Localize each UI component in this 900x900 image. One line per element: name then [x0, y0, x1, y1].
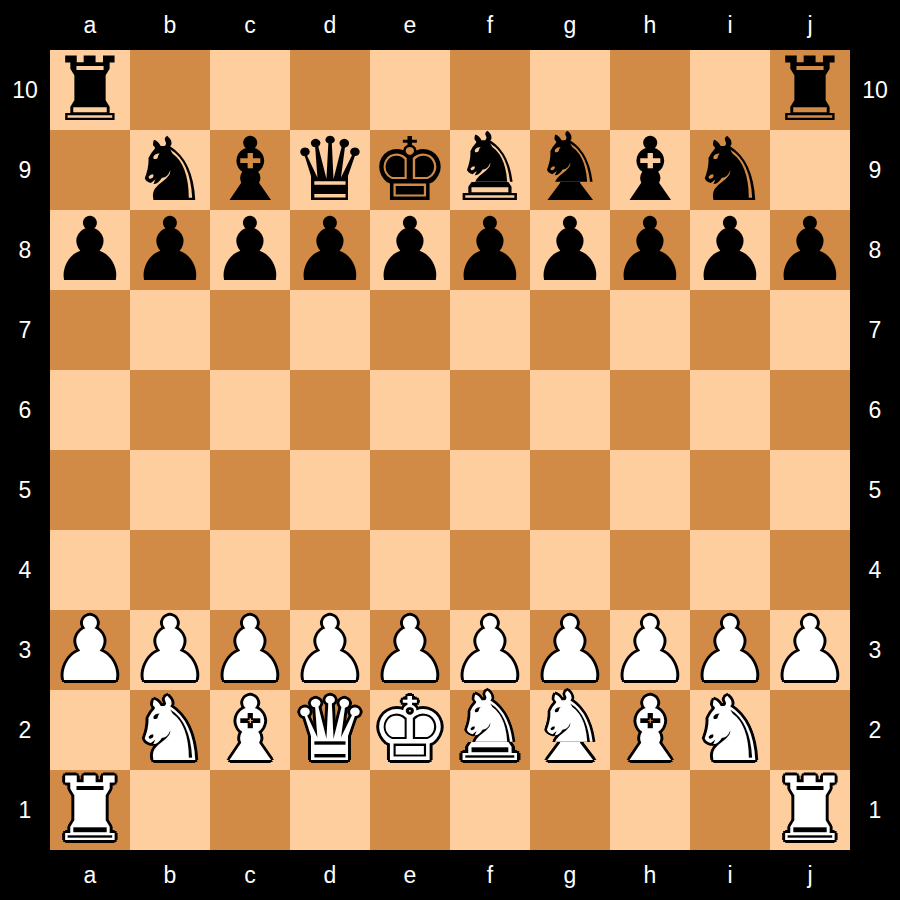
rank-label-right-10: 10: [850, 50, 900, 130]
square-c2[interactable]: ♝: [210, 690, 290, 770]
piece-white-queen[interactable]: ♛: [291, 686, 370, 774]
rank-label-left-5: 5: [0, 450, 50, 530]
rank-label-left-2: 2: [0, 690, 50, 770]
piece-white-pawn[interactable]: ♟: [771, 606, 850, 694]
piece-white-knight[interactable]: ♞: [131, 686, 210, 774]
rank-label-right-9: 9: [850, 130, 900, 210]
rank-label-right-6: 6: [850, 370, 900, 450]
square-a10[interactable]: ♜: [50, 50, 130, 130]
square-g2[interactable]: ♝♞: [530, 690, 610, 770]
rank-label-left-6: 6: [0, 370, 50, 450]
file-label-top-g: g: [530, 0, 610, 50]
square-a3[interactable]: ♟: [50, 610, 130, 690]
square-h2[interactable]: ♝: [610, 690, 690, 770]
square-j1[interactable]: ♜: [770, 770, 850, 850]
file-label-top-e: e: [370, 0, 450, 50]
file-label-bottom-d: d: [290, 850, 370, 900]
piece-black-pawn[interactable]: ♟: [691, 206, 770, 294]
file-label-bottom-b: b: [130, 850, 210, 900]
square-i2[interactable]: ♞: [690, 690, 770, 770]
piece-black-pawn[interactable]: ♟: [131, 206, 210, 294]
square-e2[interactable]: ♚: [370, 690, 450, 770]
square-i7[interactable]: [690, 290, 770, 370]
square-d6[interactable]: [290, 370, 370, 450]
file-label-bottom-f: f: [450, 850, 530, 900]
square-j6[interactable]: [770, 370, 850, 450]
square-a8[interactable]: ♟: [50, 210, 130, 290]
rank-label-left-9: 9: [0, 130, 50, 210]
square-d2[interactable]: ♛: [290, 690, 370, 770]
square-e8[interactable]: ♟: [370, 210, 450, 290]
piece-black-pawn[interactable]: ♟: [291, 206, 370, 294]
file-label-top-f: f: [450, 0, 530, 50]
piece-black-pawn[interactable]: ♟: [371, 206, 450, 294]
square-c8[interactable]: ♟: [210, 210, 290, 290]
piece-black-pawn[interactable]: ♟: [611, 206, 690, 294]
square-f8[interactable]: ♟: [450, 210, 530, 290]
piece-black-rook[interactable]: ♜: [51, 46, 130, 134]
square-f6[interactable]: [450, 370, 530, 450]
square-h6[interactable]: [610, 370, 690, 450]
piece-white-knight[interactable]: ♞: [691, 686, 770, 774]
file-label-bottom-e: e: [370, 850, 450, 900]
square-b7[interactable]: [130, 290, 210, 370]
square-g5[interactable]: [530, 450, 610, 530]
file-label-top-c: c: [210, 0, 290, 50]
piece-white-rook[interactable]: ♜: [771, 766, 850, 854]
square-g6[interactable]: [530, 370, 610, 450]
square-b6[interactable]: [130, 370, 210, 450]
square-e5[interactable]: [370, 450, 450, 530]
piece-white-bishop[interactable]: ♝: [611, 686, 690, 774]
square-e1[interactable]: [370, 770, 450, 850]
file-label-bottom-j: j: [770, 850, 850, 900]
file-label-bottom-a: a: [50, 850, 130, 900]
piece-white-pawn[interactable]: ♟: [451, 606, 530, 694]
square-f1[interactable]: [450, 770, 530, 850]
piece-black-pawn[interactable]: ♟: [531, 206, 610, 294]
square-j3[interactable]: ♟: [770, 610, 850, 690]
square-g8[interactable]: ♟: [530, 210, 610, 290]
grand-chess-board-frame: abcdefghij 10987654321 ♜♜♞♝♛♚♜♞♝♞♝♞♟♟♟♟♟…: [0, 0, 900, 900]
square-j10[interactable]: ♜: [770, 50, 850, 130]
piece-black-pawn[interactable]: ♟: [451, 206, 530, 294]
square-j8[interactable]: ♟: [770, 210, 850, 290]
file-labels-top: abcdefghij: [50, 0, 850, 50]
piece-black-pawn[interactable]: ♟: [211, 206, 290, 294]
square-h7[interactable]: [610, 290, 690, 370]
square-f5[interactable]: [450, 450, 530, 530]
piece-white-pawn[interactable]: ♟: [51, 606, 130, 694]
piece-white-cardinal[interactable]: ♝♞: [530, 690, 610, 770]
file-label-bottom-i: i: [690, 850, 770, 900]
rank-labels-right: 10987654321: [850, 50, 900, 850]
square-h1[interactable]: [610, 770, 690, 850]
square-f7[interactable]: [450, 290, 530, 370]
file-label-top-h: h: [610, 0, 690, 50]
square-f3[interactable]: ♟: [450, 610, 530, 690]
rank-label-right-3: 3: [850, 610, 900, 690]
square-i5[interactable]: [690, 450, 770, 530]
piece-black-rook[interactable]: ♜: [771, 46, 850, 134]
rank-label-right-7: 7: [850, 290, 900, 370]
rank-label-right-2: 2: [850, 690, 900, 770]
piece-white-marshal[interactable]: ♜♞: [450, 690, 530, 770]
file-label-top-d: d: [290, 0, 370, 50]
square-d8[interactable]: ♟: [290, 210, 370, 290]
square-f2[interactable]: ♜♞: [450, 690, 530, 770]
square-b8[interactable]: ♟: [130, 210, 210, 290]
rank-label-left-10: 10: [0, 50, 50, 130]
rank-label-left-4: 4: [0, 530, 50, 610]
square-b1[interactable]: [130, 770, 210, 850]
square-d1[interactable]: [290, 770, 370, 850]
board: ♜♜♞♝♛♚♜♞♝♞♝♞♟♟♟♟♟♟♟♟♟♟♟♟♟♟♟♟♟♟♟♟♞♝♛♚♜♞♝♞…: [50, 50, 850, 850]
rank-labels-left: 10987654321: [0, 50, 50, 850]
square-e7[interactable]: [370, 290, 450, 370]
rank-label-left-3: 3: [0, 610, 50, 690]
square-g3[interactable]: ♟: [530, 610, 610, 690]
piece-black-pawn[interactable]: ♟: [771, 206, 850, 294]
square-e6[interactable]: [370, 370, 450, 450]
square-g10[interactable]: [530, 50, 610, 130]
square-h8[interactable]: ♟: [610, 210, 690, 290]
square-a5[interactable]: [50, 450, 130, 530]
square-b5[interactable]: [130, 450, 210, 530]
file-label-top-b: b: [130, 0, 210, 50]
file-labels-bottom: abcdefghij: [50, 850, 850, 900]
file-label-bottom-c: c: [210, 850, 290, 900]
rank-label-right-8: 8: [850, 210, 900, 290]
square-c6[interactable]: [210, 370, 290, 450]
square-d5[interactable]: [290, 450, 370, 530]
rank-label-right-5: 5: [850, 450, 900, 530]
rank-label-left-1: 1: [0, 770, 50, 850]
rank-label-left-8: 8: [0, 210, 50, 290]
file-label-bottom-g: g: [530, 850, 610, 900]
rank-label-right-4: 4: [850, 530, 900, 610]
piece-white-bishop[interactable]: ♝: [211, 686, 290, 774]
square-i8[interactable]: ♟: [690, 210, 770, 290]
square-a6[interactable]: [50, 370, 130, 450]
square-i1[interactable]: [690, 770, 770, 850]
rank-label-right-1: 1: [850, 770, 900, 850]
square-f10[interactable]: [450, 50, 530, 130]
piece-white-king[interactable]: ♚: [371, 686, 450, 774]
square-g1[interactable]: [530, 770, 610, 850]
square-g7[interactable]: [530, 290, 610, 370]
square-b2[interactable]: ♞: [130, 690, 210, 770]
square-a7[interactable]: [50, 290, 130, 370]
file-label-bottom-h: h: [610, 850, 690, 900]
rank-label-left-7: 7: [0, 290, 50, 370]
piece-white-pawn[interactable]: ♟: [531, 606, 610, 694]
piece-black-pawn[interactable]: ♟: [51, 206, 130, 294]
square-c7[interactable]: [210, 290, 290, 370]
square-a1[interactable]: ♜: [50, 770, 130, 850]
square-i6[interactable]: [690, 370, 770, 450]
square-h5[interactable]: [610, 450, 690, 530]
square-d7[interactable]: [290, 290, 370, 370]
square-c1[interactable]: [210, 770, 290, 850]
square-c5[interactable]: [210, 450, 290, 530]
piece-white-rook[interactable]: ♜: [51, 766, 130, 854]
file-label-top-i: i: [690, 0, 770, 50]
square-j7[interactable]: [770, 290, 850, 370]
square-j5[interactable]: [770, 450, 850, 530]
